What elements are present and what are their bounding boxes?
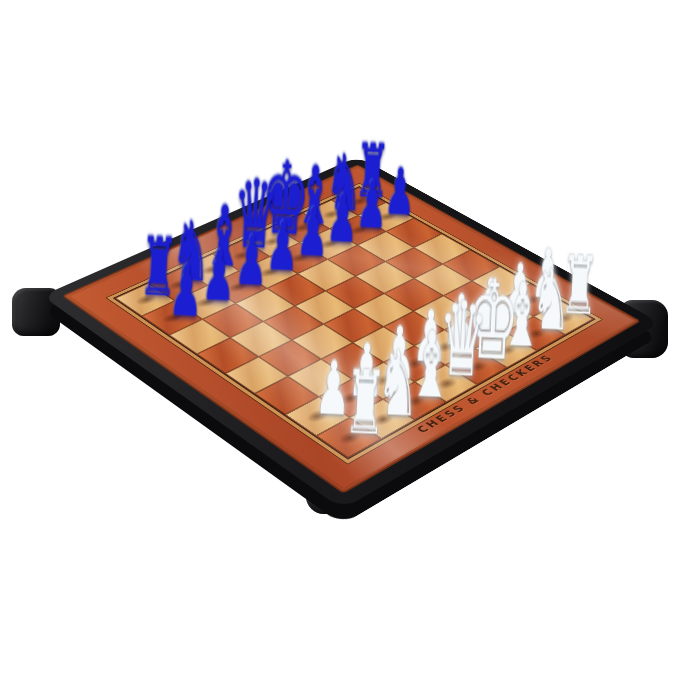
piece-black-pawn-c7[interactable]: ♟ [233, 226, 268, 295]
board-face: ♜♞♝♛♚♝♞♜♟♟♟♟♟♟♟♟♟♟♟♟♟♟♟♟♜♞♝♛♚♝♞♜ CHESS &… [62, 164, 641, 493]
product-photo-chess-set: ♜♞♝♛♚♝♞♜♟♟♟♟♟♟♟♟♟♟♟♟♟♟♟♟♜♞♝♛♚♝♞♜ CHESS &… [0, 0, 680, 680]
piece-white-rook-a1[interactable]: ♜ [343, 359, 388, 448]
piece-black-pawn-g7[interactable]: ♟ [355, 172, 388, 238]
piece-black-pawn-e7[interactable]: ♟ [296, 199, 330, 267]
piece-black-pawn-b7[interactable]: ♟ [201, 241, 237, 311]
piece-black-pawn-a7[interactable]: ♟ [168, 256, 204, 327]
squares-grid: ♜♞♝♛♚♝♞♜♟♟♟♟♟♟♟♟♟♟♟♟♟♟♟♟♜♞♝♛♚♝♞♜ [113, 186, 596, 459]
board-perspective-wrapper: ♜♞♝♛♚♝♞♜♟♟♟♟♟♟♟♟♟♟♟♟♟♟♟♟♜♞♝♛♚♝♞♜ CHESS &… [0, 0, 680, 680]
piece-black-pawn-f7[interactable]: ♟ [325, 185, 359, 252]
scene: ♜♞♝♛♚♝♞♜♟♟♟♟♟♟♟♟♟♟♟♟♟♟♟♟♜♞♝♛♚♝♞♜ CHESS &… [0, 0, 680, 680]
chess-board: ♜♞♝♛♚♝♞♜♟♟♟♟♟♟♟♟♟♟♟♟♟♟♟♟♜♞♝♛♚♝♞♜ CHESS &… [62, 164, 641, 493]
piece-black-pawn-d7[interactable]: ♟ [265, 212, 300, 280]
